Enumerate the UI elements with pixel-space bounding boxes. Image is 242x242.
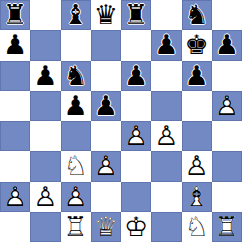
square-f1[interactable]: [151, 212, 181, 242]
square-a2[interactable]: ♟♙: [0, 182, 30, 212]
pawn-glyph: ♟: [91, 91, 121, 121]
pawn-glyph: ♟: [0, 30, 30, 60]
square-f2[interactable]: [151, 182, 181, 212]
knight-glyph: ♞: [182, 0, 212, 30]
square-g8[interactable]: ♞: [182, 0, 212, 30]
square-d1[interactable]: ♛♕: [91, 212, 121, 242]
piece-white-pawn[interactable]: ♟♙: [212, 91, 242, 121]
square-h2[interactable]: [212, 182, 242, 212]
square-c1[interactable]: ♜♖: [61, 212, 91, 242]
square-e8[interactable]: ♜: [121, 0, 151, 30]
piece-white-pawn[interactable]: ♟♙: [0, 182, 30, 212]
square-h6[interactable]: [212, 61, 242, 91]
square-c8[interactable]: ♝: [61, 0, 91, 30]
pawn-glyph: ♙: [151, 121, 181, 151]
square-b1[interactable]: [30, 212, 60, 242]
square-a3[interactable]: [0, 151, 30, 181]
piece-black-knight[interactable]: ♞: [182, 0, 212, 30]
king-glyph: ♔: [121, 212, 151, 242]
rook-glyph: ♜: [121, 0, 151, 30]
piece-white-bishop[interactable]: ♝♗: [182, 182, 212, 212]
square-a1[interactable]: [0, 212, 30, 242]
pawn-glyph: ♟: [61, 91, 91, 121]
chess-board-container: ♜♝♛♜♞♟♟♚♟♟♞♟♟♟♟♟♙♟♙♟♙♞♘♟♙♟♙♟♙♟♙♟♙♝♗♜♖♛♕♚…: [0, 0, 242, 242]
piece-black-queen[interactable]: ♛: [91, 0, 121, 30]
square-h3[interactable]: [212, 151, 242, 181]
square-b7[interactable]: [30, 30, 60, 60]
square-b4[interactable]: [30, 121, 60, 151]
square-g6[interactable]: ♟: [182, 61, 212, 91]
chess-board: ♜♝♛♜♞♟♟♚♟♟♞♟♟♟♟♟♙♟♙♟♙♞♘♟♙♟♙♟♙♟♙♟♙♝♗♜♖♛♕♚…: [0, 0, 242, 242]
square-f6[interactable]: [151, 61, 181, 91]
square-a8[interactable]: ♜: [0, 0, 30, 30]
square-d7[interactable]: [91, 30, 121, 60]
square-h4[interactable]: [212, 121, 242, 151]
square-f4[interactable]: ♟♙: [151, 121, 181, 151]
piece-black-pawn[interactable]: ♟: [0, 30, 30, 60]
square-c5[interactable]: ♟: [61, 91, 91, 121]
piece-white-pawn[interactable]: ♟♙: [121, 121, 151, 151]
piece-white-pawn[interactable]: ♟♙: [91, 151, 121, 181]
pawn-glyph: ♙: [61, 182, 91, 212]
square-c3[interactable]: ♞♘: [61, 151, 91, 181]
square-g7[interactable]: ♚: [182, 30, 212, 60]
piece-white-king[interactable]: ♚♔: [121, 212, 151, 242]
queen-glyph: ♛: [91, 0, 121, 30]
square-d6[interactable]: [91, 61, 121, 91]
piece-white-queen[interactable]: ♛♕: [91, 212, 121, 242]
square-b2[interactable]: ♟♙: [30, 182, 60, 212]
piece-black-pawn[interactable]: ♟: [212, 30, 242, 60]
pawn-glyph: ♙: [0, 182, 30, 212]
square-e7[interactable]: [121, 30, 151, 60]
piece-white-rook[interactable]: ♜♖: [61, 212, 91, 242]
square-g1[interactable]: ♞♘: [182, 212, 212, 242]
square-c4[interactable]: [61, 121, 91, 151]
square-d4[interactable]: [91, 121, 121, 151]
square-e3[interactable]: [121, 151, 151, 181]
rook-glyph: ♖: [61, 212, 91, 242]
square-c2[interactable]: ♟♙: [61, 182, 91, 212]
piece-black-bishop[interactable]: ♝: [61, 0, 91, 30]
square-d5[interactable]: ♟: [91, 91, 121, 121]
square-f5[interactable]: [151, 91, 181, 121]
square-h7[interactable]: ♟: [212, 30, 242, 60]
pawn-glyph: ♙: [91, 151, 121, 181]
square-d2[interactable]: [91, 182, 121, 212]
square-e6[interactable]: ♟: [121, 61, 151, 91]
square-a6[interactable]: [0, 61, 30, 91]
square-b5[interactable]: [30, 91, 60, 121]
square-f3[interactable]: [151, 151, 181, 181]
piece-white-knight[interactable]: ♞♘: [182, 212, 212, 242]
queen-glyph: ♕: [91, 212, 121, 242]
piece-white-pawn[interactable]: ♟♙: [151, 121, 181, 151]
piece-black-knight[interactable]: ♞: [61, 61, 91, 91]
square-h1[interactable]: ♜♖: [212, 212, 242, 242]
square-d8[interactable]: ♛: [91, 0, 121, 30]
pawn-glyph: ♟: [182, 61, 212, 91]
piece-white-rook[interactable]: ♜♖: [212, 212, 242, 242]
pawn-glyph: ♟: [30, 61, 60, 91]
knight-glyph: ♞: [61, 61, 91, 91]
king-glyph: ♚: [182, 30, 212, 60]
piece-black-rook[interactable]: ♜: [0, 0, 30, 30]
square-h5[interactable]: ♟♙: [212, 91, 242, 121]
square-b6[interactable]: ♟: [30, 61, 60, 91]
square-g4[interactable]: [182, 121, 212, 151]
piece-black-pawn[interactable]: ♟: [91, 91, 121, 121]
pawn-glyph: ♙: [182, 151, 212, 181]
square-h8[interactable]: [212, 0, 242, 30]
square-g2[interactable]: ♝♗: [182, 182, 212, 212]
square-a7[interactable]: ♟: [0, 30, 30, 60]
square-c7[interactable]: [61, 30, 91, 60]
piece-black-pawn[interactable]: ♟: [61, 91, 91, 121]
square-e5[interactable]: [121, 91, 151, 121]
knight-glyph: ♘: [182, 212, 212, 242]
square-a4[interactable]: [0, 121, 30, 151]
square-b8[interactable]: [30, 0, 60, 30]
piece-white-knight[interactable]: ♞♘: [61, 151, 91, 181]
piece-white-pawn[interactable]: ♟♙: [61, 182, 91, 212]
square-e1[interactable]: ♚♔: [121, 212, 151, 242]
pawn-glyph: ♟: [121, 61, 151, 91]
square-d3[interactable]: ♟♙: [91, 151, 121, 181]
pawn-glyph: ♙: [212, 91, 242, 121]
piece-black-pawn[interactable]: ♟: [121, 61, 151, 91]
rook-glyph: ♖: [212, 212, 242, 242]
pawn-glyph: ♙: [121, 121, 151, 151]
square-a5[interactable]: [0, 91, 30, 121]
piece-black-pawn[interactable]: ♟: [30, 61, 60, 91]
piece-black-pawn[interactable]: ♟: [151, 30, 181, 60]
piece-black-pawn[interactable]: ♟: [182, 61, 212, 91]
piece-white-pawn[interactable]: ♟♙: [30, 182, 60, 212]
piece-black-king[interactable]: ♚: [182, 30, 212, 60]
square-g3[interactable]: ♟♙: [182, 151, 212, 181]
rook-glyph: ♜: [0, 0, 30, 30]
square-f7[interactable]: ♟: [151, 30, 181, 60]
knight-glyph: ♘: [61, 151, 91, 181]
piece-black-rook[interactable]: ♜: [121, 0, 151, 30]
square-c6[interactable]: ♞: [61, 61, 91, 91]
square-f8[interactable]: [151, 0, 181, 30]
pawn-glyph: ♙: [30, 182, 60, 212]
square-b3[interactable]: [30, 151, 60, 181]
piece-white-pawn[interactable]: ♟♙: [182, 151, 212, 181]
bishop-glyph: ♝: [61, 0, 91, 30]
pawn-glyph: ♟: [212, 30, 242, 60]
bishop-glyph: ♗: [182, 182, 212, 212]
square-g5[interactable]: [182, 91, 212, 121]
pawn-glyph: ♟: [151, 30, 181, 60]
square-e4[interactable]: ♟♙: [121, 121, 151, 151]
square-e2[interactable]: [121, 182, 151, 212]
